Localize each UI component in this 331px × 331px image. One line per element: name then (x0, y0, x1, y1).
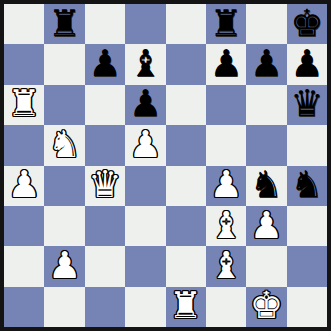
piece-white-bishop: ♝ (209, 207, 242, 244)
square-a5[interactable] (4, 125, 44, 165)
square-g1[interactable]: ♚ (246, 287, 286, 327)
piece-black-pawn: ♟ (290, 45, 323, 82)
square-d2[interactable] (125, 246, 165, 286)
square-b3[interactable] (44, 206, 84, 246)
piece-white-pawn: ♟ (48, 247, 81, 284)
square-a6[interactable]: ♜ (4, 85, 44, 125)
piece-white-pawn: ♟ (129, 126, 162, 163)
square-d5[interactable]: ♟ (125, 125, 165, 165)
square-f4[interactable]: ♟ (206, 166, 246, 206)
square-g3[interactable]: ♟ (246, 206, 286, 246)
square-b7[interactable] (44, 44, 84, 84)
square-e2[interactable] (166, 246, 206, 286)
square-c5[interactable] (85, 125, 125, 165)
piece-black-bishop: ♝ (129, 45, 162, 82)
square-h3[interactable] (287, 206, 327, 246)
square-h6[interactable]: ♛ (287, 85, 327, 125)
piece-white-rook: ♜ (8, 85, 41, 122)
piece-white-king: ♚ (250, 287, 283, 324)
square-a4[interactable]: ♟ (4, 166, 44, 206)
chess-board-frame: ♜♜♚♟♝♟♟♟♜♟♛♞♟♟♛♟♞♞♝♟♟♝♜♚ (0, 0, 331, 331)
piece-black-pawn: ♟ (88, 45, 121, 82)
square-h2[interactable] (287, 246, 327, 286)
piece-black-queen: ♛ (290, 85, 323, 122)
piece-white-queen: ♛ (88, 166, 121, 203)
square-c6[interactable] (85, 85, 125, 125)
square-c1[interactable] (85, 287, 125, 327)
square-b6[interactable] (44, 85, 84, 125)
piece-black-pawn: ♟ (250, 45, 283, 82)
square-b8[interactable]: ♜ (44, 4, 84, 44)
square-e8[interactable] (166, 4, 206, 44)
square-g5[interactable] (246, 125, 286, 165)
square-c3[interactable] (85, 206, 125, 246)
square-f8[interactable]: ♜ (206, 4, 246, 44)
square-h4[interactable]: ♞ (287, 166, 327, 206)
square-e4[interactable] (166, 166, 206, 206)
square-a7[interactable] (4, 44, 44, 84)
piece-white-pawn: ♟ (8, 166, 41, 203)
square-f1[interactable] (206, 287, 246, 327)
square-a3[interactable] (4, 206, 44, 246)
square-e7[interactable] (166, 44, 206, 84)
piece-black-knight: ♞ (250, 166, 283, 203)
piece-black-king: ♚ (290, 5, 323, 42)
square-d4[interactable] (125, 166, 165, 206)
piece-white-bishop: ♝ (209, 247, 242, 284)
square-f2[interactable]: ♝ (206, 246, 246, 286)
square-g6[interactable] (246, 85, 286, 125)
piece-black-pawn: ♟ (129, 85, 162, 122)
square-f7[interactable]: ♟ (206, 44, 246, 84)
piece-white-pawn: ♟ (209, 166, 242, 203)
square-g2[interactable] (246, 246, 286, 286)
square-c7[interactable]: ♟ (85, 44, 125, 84)
square-f6[interactable] (206, 85, 246, 125)
square-a1[interactable] (4, 287, 44, 327)
square-b4[interactable] (44, 166, 84, 206)
square-e5[interactable] (166, 125, 206, 165)
piece-black-pawn: ♟ (209, 45, 242, 82)
square-h7[interactable]: ♟ (287, 44, 327, 84)
square-a8[interactable] (4, 4, 44, 44)
square-b5[interactable]: ♞ (44, 125, 84, 165)
piece-white-pawn: ♟ (250, 207, 283, 244)
square-e6[interactable] (166, 85, 206, 125)
piece-white-rook: ♜ (169, 287, 202, 324)
square-d3[interactable] (125, 206, 165, 246)
chess-board: ♜♜♚♟♝♟♟♟♜♟♛♞♟♟♛♟♞♞♝♟♟♝♜♚ (4, 4, 327, 327)
square-h8[interactable]: ♚ (287, 4, 327, 44)
square-b1[interactable] (44, 287, 84, 327)
square-d1[interactable] (125, 287, 165, 327)
square-c4[interactable]: ♛ (85, 166, 125, 206)
square-h1[interactable] (287, 287, 327, 327)
square-g4[interactable]: ♞ (246, 166, 286, 206)
piece-black-rook: ♜ (209, 5, 242, 42)
square-b2[interactable]: ♟ (44, 246, 84, 286)
piece-black-knight: ♞ (290, 166, 323, 203)
square-c2[interactable] (85, 246, 125, 286)
square-d6[interactable]: ♟ (125, 85, 165, 125)
piece-black-rook: ♜ (48, 5, 81, 42)
square-f5[interactable] (206, 125, 246, 165)
square-h5[interactable] (287, 125, 327, 165)
square-a2[interactable] (4, 246, 44, 286)
square-g8[interactable] (246, 4, 286, 44)
square-g7[interactable]: ♟ (246, 44, 286, 84)
square-e1[interactable]: ♜ (166, 287, 206, 327)
square-f3[interactable]: ♝ (206, 206, 246, 246)
piece-white-knight: ♞ (48, 126, 81, 163)
square-d7[interactable]: ♝ (125, 44, 165, 84)
square-d8[interactable] (125, 4, 165, 44)
square-c8[interactable] (85, 4, 125, 44)
square-e3[interactable] (166, 206, 206, 246)
